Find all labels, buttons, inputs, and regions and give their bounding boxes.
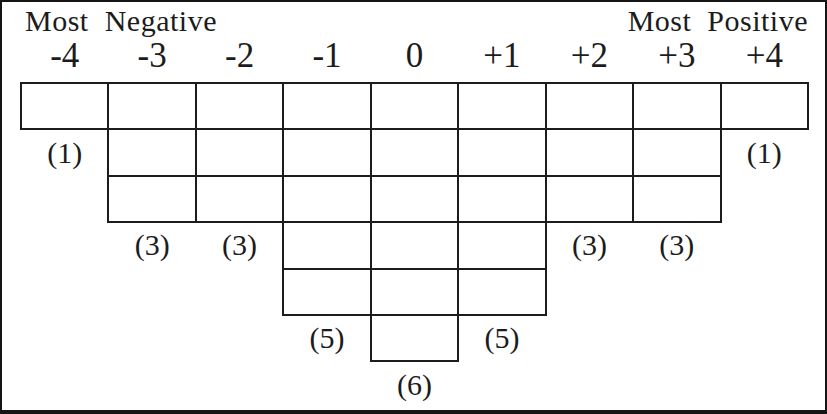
- slot-neg3-row2: [107, 128, 196, 176]
- slot-neg2-row2: [195, 128, 284, 176]
- column-header-pos1: +1: [458, 38, 545, 74]
- most-positive-label: Most Positive: [628, 4, 808, 38]
- count-label-neg3: (3): [108, 222, 195, 268]
- slot-pos2-row1: [545, 82, 634, 130]
- slot-zero-row1: [370, 82, 459, 130]
- slot-neg3-row3: [107, 175, 196, 223]
- slot-pos2-row3: [545, 175, 634, 223]
- slot-pos1-row4: [457, 221, 546, 269]
- slot-pos1-row5: [457, 268, 546, 316]
- column-header-pos2: +2: [546, 38, 633, 74]
- count-label-zero: (6): [371, 361, 458, 407]
- column-header-neg1: -1: [283, 38, 370, 74]
- slot-neg1-row1: [282, 82, 371, 130]
- slot-pos1-row1: [457, 82, 546, 130]
- slot-neg1-row5: [282, 268, 371, 316]
- column-header-pos3: +3: [633, 38, 720, 74]
- count-label-neg1: (5): [283, 315, 370, 361]
- column-header-neg3: -3: [108, 38, 195, 74]
- slot-pos3-row1: [632, 82, 721, 130]
- distribution-grid: (1)(3)(3)(5)(6)(5)(3)(3)(1): [21, 83, 808, 408]
- column-header-row: -4-3-2-10+1+2+3+4: [21, 38, 808, 74]
- slot-zero-row6: [370, 314, 459, 362]
- count-label-pos4: (1): [721, 129, 808, 175]
- slot-zero-row3: [370, 175, 459, 223]
- column-header-neg2: -2: [196, 38, 283, 74]
- count-label-neg4: (1): [21, 129, 108, 175]
- column-header-neg4: -4: [21, 38, 108, 74]
- count-label-pos3: (3): [633, 222, 720, 268]
- count-label-pos1: (5): [458, 315, 545, 361]
- slot-zero-row5: [370, 268, 459, 316]
- slot-zero-row4: [370, 221, 459, 269]
- slot-pos2-row2: [545, 128, 634, 176]
- slot-pos4-row1: [720, 82, 809, 130]
- slot-neg2-row3: [195, 175, 284, 223]
- slot-neg1-row3: [282, 175, 371, 223]
- q-sort-distribution-figure: Most Negative Most Positive -4-3-2-10+1+…: [0, 0, 827, 414]
- column-header-zero: 0: [371, 38, 458, 74]
- slot-pos1-row2: [457, 128, 546, 176]
- most-negative-label: Most Negative: [25, 4, 217, 38]
- slot-neg1-row2: [282, 128, 371, 176]
- column-header-pos4: +4: [721, 38, 808, 74]
- count-label-pos2: (3): [546, 222, 633, 268]
- slot-neg1-row4: [282, 221, 371, 269]
- slot-zero-row2: [370, 128, 459, 176]
- slot-neg3-row1: [107, 82, 196, 130]
- count-label-neg2: (3): [196, 222, 283, 268]
- slot-neg2-row1: [195, 82, 284, 130]
- slot-neg4-row1: [20, 82, 109, 130]
- slot-pos3-row3: [632, 175, 721, 223]
- slot-pos1-row3: [457, 175, 546, 223]
- slot-pos3-row2: [632, 128, 721, 176]
